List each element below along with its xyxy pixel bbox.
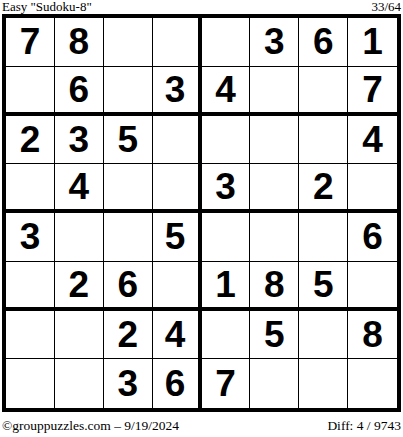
puzzle-page: Easy "Sudoku-8" 33/64 783616347235443235… xyxy=(0,0,403,437)
cell-r2c1[interactable] xyxy=(6,67,55,116)
cell-r5c6[interactable] xyxy=(250,213,299,262)
cell-r7c7[interactable] xyxy=(299,311,348,360)
puzzle-title: Easy "Sudoku-8" xyxy=(2,0,92,13)
cell-r5c7[interactable] xyxy=(299,213,348,262)
cell-r4c2: 4 xyxy=(55,164,104,213)
cell-r7c4: 4 xyxy=(153,311,202,360)
cell-r2c6[interactable] xyxy=(250,67,299,116)
cell-r4c4[interactable] xyxy=(153,164,202,213)
cell-r3c4[interactable] xyxy=(153,116,202,165)
cell-r6c1[interactable] xyxy=(6,262,55,311)
cell-r3c7[interactable] xyxy=(299,116,348,165)
cell-r2c7[interactable] xyxy=(299,67,348,116)
cell-r3c5[interactable] xyxy=(202,116,251,165)
cell-r6c3: 6 xyxy=(104,262,153,311)
cell-r3c8: 4 xyxy=(348,116,397,165)
cell-r5c3[interactable] xyxy=(104,213,153,262)
cell-r6c5: 1 xyxy=(202,262,251,311)
cell-r8c2[interactable] xyxy=(55,359,104,408)
sudoku-board: 7836163472354432356261852458367 xyxy=(2,14,401,412)
cell-r8c1[interactable] xyxy=(6,359,55,408)
puzzle-counter: 33/64 xyxy=(371,0,401,13)
cell-r8c6[interactable] xyxy=(250,359,299,408)
cell-r5c8: 6 xyxy=(348,213,397,262)
cell-r4c7: 2 xyxy=(299,164,348,213)
cell-r1c6: 3 xyxy=(250,18,299,67)
cell-r7c3: 2 xyxy=(104,311,153,360)
cell-r2c5: 4 xyxy=(202,67,251,116)
cell-r1c8: 1 xyxy=(348,18,397,67)
cell-r6c8[interactable] xyxy=(348,262,397,311)
difficulty-text: Diff: 4 / 9743 xyxy=(327,418,401,433)
cell-r3c3: 5 xyxy=(104,116,153,165)
cell-r6c7: 5 xyxy=(299,262,348,311)
cell-r1c1: 7 xyxy=(6,18,55,67)
cell-r3c6[interactable] xyxy=(250,116,299,165)
cell-r5c4: 5 xyxy=(153,213,202,262)
cell-r7c2[interactable] xyxy=(55,311,104,360)
cell-r3c1: 2 xyxy=(6,116,55,165)
cell-r1c5[interactable] xyxy=(202,18,251,67)
cell-r1c3[interactable] xyxy=(104,18,153,67)
cell-r4c1[interactable] xyxy=(6,164,55,213)
cell-r7c8: 8 xyxy=(348,311,397,360)
cell-r6c4[interactable] xyxy=(153,262,202,311)
cell-r4c8[interactable] xyxy=(348,164,397,213)
header: Easy "Sudoku-8" 33/64 xyxy=(2,0,401,14)
cell-r8c3: 3 xyxy=(104,359,153,408)
cell-r4c6[interactable] xyxy=(250,164,299,213)
cell-r1c4[interactable] xyxy=(153,18,202,67)
cell-r2c3[interactable] xyxy=(104,67,153,116)
cell-r4c3[interactable] xyxy=(104,164,153,213)
cell-r8c5: 7 xyxy=(202,359,251,408)
cell-r2c2: 6 xyxy=(55,67,104,116)
cell-r7c1[interactable] xyxy=(6,311,55,360)
cell-r7c6: 5 xyxy=(250,311,299,360)
footer: ©grouppuzzles.com – 9/19/2024 Diff: 4 / … xyxy=(2,418,401,433)
copyright-text: ©grouppuzzles.com – 9/19/2024 xyxy=(2,418,179,433)
cell-r7c5[interactable] xyxy=(202,311,251,360)
cell-r8c8[interactable] xyxy=(348,359,397,408)
cell-r1c2: 8 xyxy=(55,18,104,67)
cell-r4c5: 3 xyxy=(202,164,251,213)
cell-r2c8: 7 xyxy=(348,67,397,116)
cell-r6c2: 2 xyxy=(55,262,104,311)
cell-r5c1: 3 xyxy=(6,213,55,262)
cell-r6c6: 8 xyxy=(250,262,299,311)
cell-r2c4: 3 xyxy=(153,67,202,116)
cell-r8c7[interactable] xyxy=(299,359,348,408)
cell-r1c7: 6 xyxy=(299,18,348,67)
cell-r3c2: 3 xyxy=(55,116,104,165)
cell-r5c5[interactable] xyxy=(202,213,251,262)
cell-r5c2[interactable] xyxy=(55,213,104,262)
cell-r8c4: 6 xyxy=(153,359,202,408)
